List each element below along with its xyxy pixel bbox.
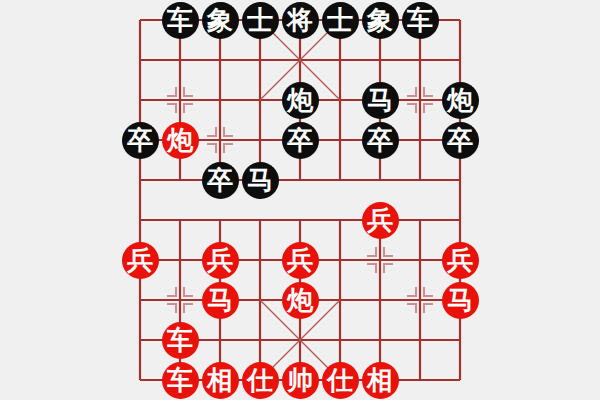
board-point: 炮 bbox=[280, 80, 320, 120]
piece-red-horse[interactable]: 马 bbox=[202, 282, 239, 319]
piece-red-advisor[interactable]: 仕 bbox=[322, 362, 359, 399]
board-point: 卒 bbox=[200, 160, 240, 200]
piece-black-soldier[interactable]: 卒 bbox=[282, 122, 319, 159]
piece-black-horse[interactable]: 马 bbox=[362, 82, 399, 119]
piece-black-horse[interactable]: 马 bbox=[242, 162, 279, 199]
board-point: 象 bbox=[200, 0, 240, 40]
board-point: 仕 bbox=[320, 360, 360, 400]
screenshot-root: { "game": "xiangqi", "position": { "fen"… bbox=[0, 0, 600, 400]
piece-black-elephant[interactable]: 象 bbox=[202, 2, 239, 39]
piece-black-general[interactable]: 将 bbox=[282, 2, 319, 39]
board-point: 炮 bbox=[440, 80, 480, 120]
piece-red-advisor[interactable]: 仕 bbox=[242, 362, 279, 399]
board-point: 车 bbox=[160, 0, 200, 40]
board-point: 马 bbox=[200, 280, 240, 320]
piece-red-elephant[interactable]: 相 bbox=[362, 362, 399, 399]
board-point: 将 bbox=[280, 0, 320, 40]
board-point: 兵 bbox=[120, 240, 160, 280]
piece-black-cannon[interactable]: 炮 bbox=[282, 82, 319, 119]
piece-red-soldier[interactable]: 兵 bbox=[442, 242, 479, 279]
piece-red-general[interactable]: 帅 bbox=[282, 362, 319, 399]
board-point: 车 bbox=[160, 360, 200, 400]
piece-black-elephant[interactable]: 象 bbox=[362, 2, 399, 39]
piece-black-soldier[interactable]: 卒 bbox=[442, 122, 479, 159]
board-point: 兵 bbox=[440, 240, 480, 280]
board-point: 相 bbox=[360, 360, 400, 400]
piece-black-soldier[interactable]: 卒 bbox=[202, 162, 239, 199]
board-point: 士 bbox=[320, 0, 360, 40]
piece-red-soldier[interactable]: 兵 bbox=[362, 202, 399, 239]
piece-red-elephant[interactable]: 相 bbox=[202, 362, 239, 399]
piece-black-advisor[interactable]: 士 bbox=[242, 2, 279, 39]
piece-red-rook[interactable]: 车 bbox=[162, 362, 199, 399]
board-point: 仕 bbox=[240, 360, 280, 400]
xiangqi-board: 车象士将士象车炮马炮卒炮卒卒卒卒马兵兵兵兵兵马炮马车车相仕帅仕相 bbox=[0, 0, 600, 400]
board-point: 象 bbox=[360, 0, 400, 40]
piece-red-horse[interactable]: 马 bbox=[442, 282, 479, 319]
board-point: 车 bbox=[160, 320, 200, 360]
board-point: 卒 bbox=[120, 120, 160, 160]
piece-red-rook[interactable]: 车 bbox=[162, 322, 199, 359]
board-point: 帅 bbox=[280, 360, 320, 400]
board-point: 马 bbox=[240, 160, 280, 200]
board-point: 兵 bbox=[360, 200, 400, 240]
pieces-grid: 车象士将士象车炮马炮卒炮卒卒卒卒马兵兵兵兵兵马炮马车车相仕帅仕相 bbox=[120, 0, 480, 400]
board-point: 马 bbox=[360, 80, 400, 120]
piece-red-cannon[interactable]: 炮 bbox=[282, 282, 319, 319]
piece-red-soldier[interactable]: 兵 bbox=[202, 242, 239, 279]
piece-black-rook[interactable]: 车 bbox=[162, 2, 199, 39]
piece-black-soldier[interactable]: 卒 bbox=[122, 122, 159, 159]
board-point: 卒 bbox=[440, 120, 480, 160]
board-point: 卒 bbox=[280, 120, 320, 160]
piece-red-soldier[interactable]: 兵 bbox=[122, 242, 159, 279]
piece-red-soldier[interactable]: 兵 bbox=[282, 242, 319, 279]
board-point: 卒 bbox=[360, 120, 400, 160]
board-point: 士 bbox=[240, 0, 280, 40]
board-point: 炮 bbox=[160, 120, 200, 160]
board-point: 相 bbox=[200, 360, 240, 400]
board-point: 兵 bbox=[280, 240, 320, 280]
piece-red-cannon[interactable]: 炮 bbox=[162, 122, 199, 159]
board-point: 兵 bbox=[200, 240, 240, 280]
piece-black-rook[interactable]: 车 bbox=[402, 2, 439, 39]
piece-black-cannon[interactable]: 炮 bbox=[442, 82, 479, 119]
piece-black-advisor[interactable]: 士 bbox=[322, 2, 359, 39]
board-point: 炮 bbox=[280, 280, 320, 320]
board-point: 车 bbox=[400, 0, 440, 40]
board-point: 马 bbox=[440, 280, 480, 320]
piece-black-soldier[interactable]: 卒 bbox=[362, 122, 399, 159]
